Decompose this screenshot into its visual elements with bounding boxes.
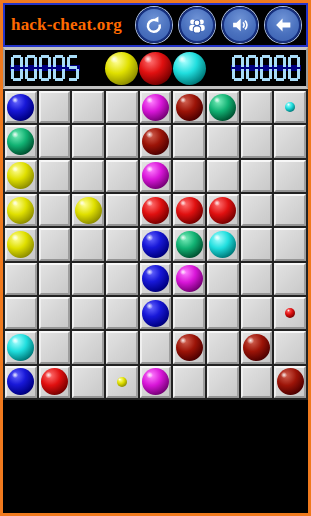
- cell-r3c1[interactable]: [39, 194, 71, 226]
- cell-r6c5[interactable]: [173, 297, 205, 329]
- cell-r8c1[interactable]: [39, 366, 71, 398]
- game-board: [3, 89, 308, 400]
- cell-r8c7[interactable]: [241, 366, 273, 398]
- cell-r5c8[interactable]: [274, 263, 306, 295]
- lcd-digit: [39, 55, 51, 81]
- preview-dot-cyan: [285, 102, 295, 112]
- ball-yellow[interactable]: [7, 231, 34, 258]
- ball-blue[interactable]: [142, 231, 169, 258]
- cell-r3c7[interactable]: [241, 194, 273, 226]
- cell-r8c2[interactable]: [72, 366, 104, 398]
- lcd-digit: [260, 55, 272, 81]
- lcd-digit: [11, 55, 23, 81]
- cell-r8c3[interactable]: [106, 366, 138, 398]
- cell-r2c5[interactable]: [173, 160, 205, 192]
- next-ball-yellow: [105, 52, 138, 85]
- ball-yellow[interactable]: [7, 197, 34, 224]
- cell-r4c0[interactable]: [5, 228, 37, 260]
- lcd-digit: [246, 55, 258, 81]
- preview-dot-red: [285, 308, 295, 318]
- ball-magenta[interactable]: [142, 368, 169, 395]
- cell-r7c0[interactable]: [5, 331, 37, 363]
- cell-r4c5[interactable]: [173, 228, 205, 260]
- ball-blue[interactable]: [7, 94, 34, 121]
- players-button[interactable]: [179, 7, 215, 43]
- ball-dark-red[interactable]: [176, 334, 203, 361]
- cell-r1c3[interactable]: [106, 125, 138, 157]
- cell-r0c7[interactable]: [241, 91, 273, 123]
- cell-r3c2[interactable]: [72, 194, 104, 226]
- cell-r2c1[interactable]: [39, 160, 71, 192]
- left-score-display: [10, 54, 80, 82]
- lcd-digit: [25, 55, 37, 81]
- cell-r1c2[interactable]: [72, 125, 104, 157]
- ball-yellow[interactable]: [75, 197, 102, 224]
- lcd-digit: [288, 55, 300, 81]
- cell-r6c4[interactable]: [140, 297, 172, 329]
- cell-r4c6[interactable]: [207, 228, 239, 260]
- cell-r8c0[interactable]: [5, 366, 37, 398]
- refresh-icon: [143, 14, 165, 36]
- cell-r6c8[interactable]: [274, 297, 306, 329]
- cell-r4c8[interactable]: [274, 228, 306, 260]
- cell-r7c4[interactable]: [140, 331, 172, 363]
- ball-green[interactable]: [176, 231, 203, 258]
- cell-r5c1[interactable]: [39, 263, 71, 295]
- cell-r1c6[interactable]: [207, 125, 239, 157]
- ball-magenta[interactable]: [142, 94, 169, 121]
- cell-r6c0[interactable]: [5, 297, 37, 329]
- next-ball-red: [139, 52, 172, 85]
- cell-r6c2[interactable]: [72, 297, 104, 329]
- cell-r1c4[interactable]: [140, 125, 172, 157]
- cell-r8c6[interactable]: [207, 366, 239, 398]
- cell-r4c7[interactable]: [241, 228, 273, 260]
- cell-r3c6[interactable]: [207, 194, 239, 226]
- cell-r2c2[interactable]: [72, 160, 104, 192]
- preview-dot-yellow: [117, 377, 127, 387]
- bottom-panel: [3, 400, 308, 513]
- cell-r5c3[interactable]: [106, 263, 138, 295]
- ball-red[interactable]: [209, 197, 236, 224]
- cell-r1c8[interactable]: [274, 125, 306, 157]
- cell-r4c3[interactable]: [106, 228, 138, 260]
- ball-dark-red[interactable]: [142, 128, 169, 155]
- cell-r2c8[interactable]: [274, 160, 306, 192]
- cell-r8c5[interactable]: [173, 366, 205, 398]
- back-arrow-icon: [272, 14, 294, 36]
- cell-r5c6[interactable]: [207, 263, 239, 295]
- watermark-site-label: hack-cheat.org: [11, 15, 122, 35]
- cell-r5c4[interactable]: [140, 263, 172, 295]
- toolbar: [136, 7, 301, 43]
- cell-r7c8[interactable]: [274, 331, 306, 363]
- cell-r5c0[interactable]: [5, 263, 37, 295]
- next-balls-preview: [105, 52, 206, 85]
- lcd-digit: [67, 55, 79, 81]
- ball-green[interactable]: [7, 128, 34, 155]
- cell-r2c6[interactable]: [207, 160, 239, 192]
- cell-r0c3[interactable]: [106, 91, 138, 123]
- cell-r2c7[interactable]: [241, 160, 273, 192]
- title-bar: hack-cheat.org: [3, 3, 308, 47]
- cell-r0c8[interactable]: [274, 91, 306, 123]
- sound-button[interactable]: [222, 7, 258, 43]
- cell-r0c4[interactable]: [140, 91, 172, 123]
- cell-r8c8[interactable]: [274, 366, 306, 398]
- app-window: hack-cheat.org: [0, 0, 311, 516]
- cell-r0c2[interactable]: [72, 91, 104, 123]
- cell-r0c6[interactable]: [207, 91, 239, 123]
- cell-r4c1[interactable]: [39, 228, 71, 260]
- cell-r2c4[interactable]: [140, 160, 172, 192]
- cell-r2c0[interactable]: [5, 160, 37, 192]
- cell-r7c3[interactable]: [106, 331, 138, 363]
- lcd-digit: [274, 55, 286, 81]
- cell-r3c4[interactable]: [140, 194, 172, 226]
- ball-blue[interactable]: [142, 265, 169, 292]
- score-bar: [3, 47, 308, 89]
- ball-magenta[interactable]: [142, 162, 169, 189]
- ball-dark-red[interactable]: [277, 368, 304, 395]
- ball-blue[interactable]: [142, 300, 169, 327]
- cell-r3c8[interactable]: [274, 194, 306, 226]
- cell-r5c7[interactable]: [241, 263, 273, 295]
- cell-r3c5[interactable]: [173, 194, 205, 226]
- cell-r6c7[interactable]: [241, 297, 273, 329]
- cell-r4c4[interactable]: [140, 228, 172, 260]
- ball-green[interactable]: [209, 94, 236, 121]
- cell-r0c0[interactable]: [5, 91, 37, 123]
- cell-r7c7[interactable]: [241, 331, 273, 363]
- cell-r0c5[interactable]: [173, 91, 205, 123]
- ball-red[interactable]: [142, 197, 169, 224]
- cell-r6c6[interactable]: [207, 297, 239, 329]
- cell-r0c1[interactable]: [39, 91, 71, 123]
- cell-r1c7[interactable]: [241, 125, 273, 157]
- ball-magenta[interactable]: [176, 265, 203, 292]
- cell-r7c6[interactable]: [207, 331, 239, 363]
- ball-red[interactable]: [41, 368, 68, 395]
- cell-r1c0[interactable]: [5, 125, 37, 157]
- cell-r2c3[interactable]: [106, 160, 138, 192]
- cell-r1c1[interactable]: [39, 125, 71, 157]
- cell-r1c5[interactable]: [173, 125, 205, 157]
- cell-r5c5[interactable]: [173, 263, 205, 295]
- cell-r6c3[interactable]: [106, 297, 138, 329]
- cell-r7c1[interactable]: [39, 331, 71, 363]
- back-button[interactable]: [265, 7, 301, 43]
- ball-dark-red[interactable]: [176, 94, 203, 121]
- next-ball-cyan: [173, 52, 206, 85]
- people-icon: [186, 14, 208, 36]
- restart-button[interactable]: [136, 7, 172, 43]
- cell-r5c2[interactable]: [72, 263, 104, 295]
- cell-r8c4[interactable]: [140, 366, 172, 398]
- cell-r7c2[interactable]: [72, 331, 104, 363]
- lcd-digit: [232, 55, 244, 81]
- cell-r3c0[interactable]: [5, 194, 37, 226]
- ball-dark-red[interactable]: [243, 334, 270, 361]
- speaker-icon: [229, 14, 251, 36]
- ball-cyan[interactable]: [209, 231, 236, 258]
- cell-r6c1[interactable]: [39, 297, 71, 329]
- cell-r3c3[interactable]: [106, 194, 138, 226]
- ball-blue[interactable]: [7, 368, 34, 395]
- right-score-display: [231, 54, 301, 82]
- ball-cyan[interactable]: [7, 334, 34, 361]
- ball-yellow[interactable]: [7, 162, 34, 189]
- cell-r4c2[interactable]: [72, 228, 104, 260]
- lcd-digit: [53, 55, 65, 81]
- cell-r7c5[interactable]: [173, 331, 205, 363]
- ball-red[interactable]: [176, 197, 203, 224]
